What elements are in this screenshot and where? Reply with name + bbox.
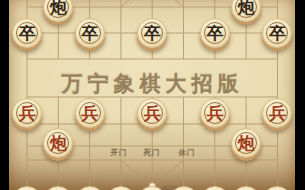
piece-black-soldier[interactable]: 卒 — [12, 18, 42, 48]
piece-red-soldier[interactable]: 兵 — [200, 98, 230, 128]
xiangqi-game-screen: 万宁象棋大招版 开门 死门 休门 生门 伤门 炮炮卒卒卒卒卒兵兵兵兵兵炮炮车马相… — [0, 0, 305, 190]
piece-glyph: 马 — [232, 187, 260, 190]
piece-red-horse[interactable]: 马 — [231, 186, 261, 190]
piece-glyph: 炮 — [232, 0, 260, 21]
piece-glyph: 车 — [13, 187, 41, 190]
piece-glyph: 兵 — [138, 99, 166, 127]
piece-glyph: 帅 — [138, 187, 166, 190]
piece-glyph: 炮 — [232, 129, 260, 157]
piece-red-general[interactable]: 帅 — [137, 186, 167, 190]
piece-glyph: 炮 — [44, 129, 72, 157]
gate-label-rest: 休门 — [179, 149, 196, 157]
piece-red-chariot[interactable]: 车 — [262, 186, 292, 190]
piece-red-soldier[interactable]: 兵 — [12, 98, 42, 128]
piece-glyph: 卒 — [201, 19, 229, 47]
river-title: 万宁象棋大招版 — [0, 74, 305, 95]
piece-glyph: 炮 — [44, 0, 72, 21]
piece-glyph: 兵 — [263, 99, 291, 127]
piece-black-soldier[interactable]: 卒 — [262, 18, 292, 48]
piece-glyph: 相 — [201, 187, 229, 190]
letterbox-left — [0, 0, 9, 190]
piece-glyph: 仕 — [170, 187, 198, 190]
letterbox-right — [295, 0, 305, 190]
piece-black-soldier[interactable]: 卒 — [75, 18, 105, 48]
piece-black-cannon[interactable]: 炮 — [43, 0, 73, 22]
piece-glyph: 兵 — [76, 99, 104, 127]
gate-label-open: 开门 — [111, 149, 128, 157]
piece-glyph: 卒 — [76, 19, 104, 47]
piece-glyph: 卒 — [263, 19, 291, 47]
piece-red-soldier[interactable]: 兵 — [262, 98, 292, 128]
piece-red-chariot[interactable]: 车 — [12, 186, 42, 190]
piece-black-soldier[interactable]: 卒 — [137, 18, 167, 48]
piece-red-elephant[interactable]: 相 — [200, 186, 230, 190]
piece-glyph: 仕 — [107, 187, 135, 190]
piece-glyph: 卒 — [138, 19, 166, 47]
piece-red-advisor[interactable]: 仕 — [106, 186, 136, 190]
piece-red-cannon[interactable]: 炮 — [231, 128, 261, 158]
piece-glyph: 兵 — [201, 99, 229, 127]
piece-glyph: 相 — [76, 187, 104, 190]
piece-red-advisor[interactable]: 仕 — [169, 186, 199, 190]
piece-glyph: 兵 — [13, 99, 41, 127]
piece-red-cannon[interactable]: 炮 — [43, 128, 73, 158]
piece-glyph: 车 — [263, 187, 291, 190]
piece-glyph: 马 — [44, 187, 72, 190]
piece-red-horse[interactable]: 马 — [43, 186, 73, 190]
piece-black-cannon[interactable]: 炮 — [231, 0, 261, 22]
piece-black-soldier[interactable]: 卒 — [200, 18, 230, 48]
gate-label-death: 死门 — [144, 149, 161, 157]
piece-red-soldier[interactable]: 兵 — [137, 98, 167, 128]
piece-red-elephant[interactable]: 相 — [75, 186, 105, 190]
piece-red-soldier[interactable]: 兵 — [75, 98, 105, 128]
piece-glyph: 卒 — [13, 19, 41, 47]
